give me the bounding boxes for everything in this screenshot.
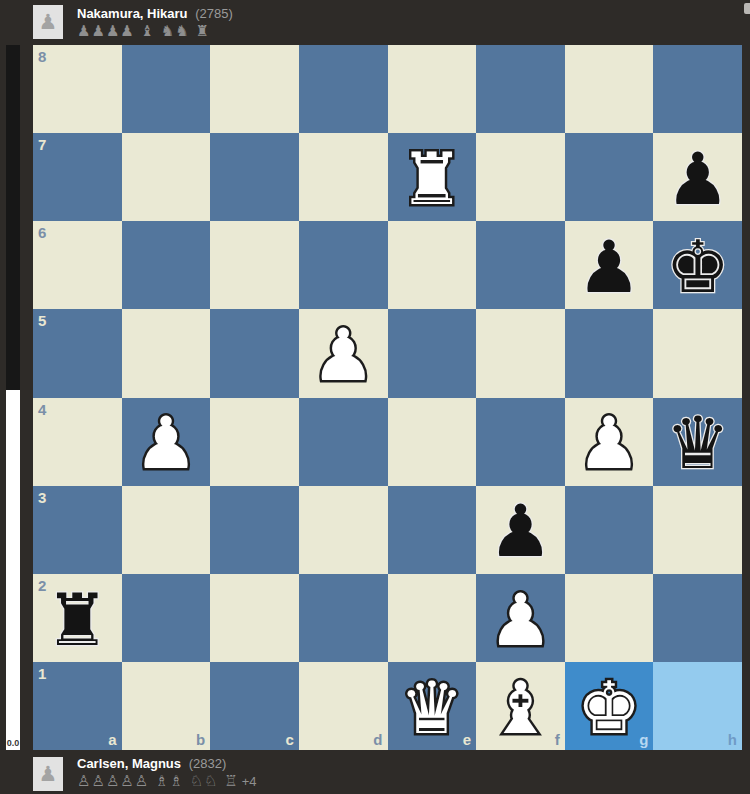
top-player-name-line[interactable]: Nakamura, Hikaru (2785) [77, 5, 233, 22]
square-d7[interactable] [299, 133, 388, 221]
piece-white-pawn[interactable]: ♟♟ [565, 398, 654, 486]
square-a5[interactable]: 5 [33, 309, 122, 397]
square-b4[interactable]: ♟♟ [122, 398, 211, 486]
chess-board: 87♜♜♟♟6♟♟♚♚5♟♟4♟♟♟♟♛♛3♟♟2♜♜♟♟1abcde♛♛f♝♝… [33, 45, 742, 750]
square-d2[interactable] [299, 574, 388, 662]
square-e2[interactable] [388, 574, 477, 662]
square-a3[interactable]: 3 [33, 486, 122, 574]
square-g8[interactable] [565, 45, 654, 133]
rank-label-1: 1 [38, 665, 46, 682]
chess-app: ♟ Nakamura, Hikaru (2785) ♟♟♟♟ ♝ ♞♞ ♜ 0.… [0, 0, 750, 794]
square-d6[interactable] [299, 221, 388, 309]
square-a2[interactable]: 2♜♜ [33, 574, 122, 662]
captured-pieces-icons: ♟♟♟♟ ♝ ♞♞ ♜ [77, 22, 210, 40]
white-pawn-glyph: ♟ [577, 407, 642, 479]
top-player-bar: ♟ Nakamura, Hikaru (2785) ♟♟♟♟ ♝ ♞♞ ♜ [0, 0, 750, 45]
square-d4[interactable] [299, 398, 388, 486]
piece-black-queen[interactable]: ♛♛ [653, 398, 742, 486]
square-c4[interactable] [210, 398, 299, 486]
piece-black-pawn[interactable]: ♟♟ [653, 133, 742, 221]
square-b1[interactable]: b [122, 662, 211, 750]
pawn-avatar-icon: ♟ [39, 10, 58, 34]
white-pawn-glyph: ♟ [311, 319, 376, 391]
square-e4[interactable] [388, 398, 477, 486]
square-d3[interactable] [299, 486, 388, 574]
square-c7[interactable] [210, 133, 299, 221]
square-e3[interactable] [388, 486, 477, 574]
rank-label-6: 6 [38, 224, 46, 241]
square-c8[interactable] [210, 45, 299, 133]
square-h5[interactable] [653, 309, 742, 397]
square-c5[interactable] [210, 309, 299, 397]
piece-black-rook[interactable]: ♜♜ [33, 574, 122, 662]
piece-white-queen[interactable]: ♛♛ [388, 662, 477, 750]
square-a4[interactable]: 4 [33, 398, 122, 486]
square-e8[interactable] [388, 45, 477, 133]
square-c6[interactable] [210, 221, 299, 309]
file-label-d: d [373, 731, 382, 748]
square-h8[interactable] [653, 45, 742, 133]
square-f1[interactable]: f♝♝ [476, 662, 565, 750]
square-g1[interactable]: g♚♚ [565, 662, 654, 750]
square-b2[interactable] [122, 574, 211, 662]
black-queen-glyph: ♛ [665, 407, 730, 479]
square-a7[interactable]: 7 [33, 133, 122, 221]
top-captured-pieces: ♟♟♟♟ ♝ ♞♞ ♜ [77, 22, 233, 41]
square-e7[interactable]: ♜♜ [388, 133, 477, 221]
square-e1[interactable]: e♛♛ [388, 662, 477, 750]
eval-bar-white-half: 0.0 [6, 390, 20, 750]
square-h2[interactable] [653, 574, 742, 662]
square-d1[interactable]: d [299, 662, 388, 750]
square-h6[interactable]: ♚♚ [653, 221, 742, 309]
top-player-name[interactable]: Nakamura, Hikaru [77, 6, 188, 21]
eval-score: 0.0 [6, 738, 20, 748]
white-king-glyph: ♚ [577, 672, 642, 744]
rank-label-4: 4 [38, 401, 46, 418]
pawn-avatar-icon: ♟ [39, 762, 58, 786]
captured-pieces-icons: ♙♙♙♙♙ ♗♗ ♘♘ ♖ [77, 772, 239, 790]
white-queen-glyph: ♛ [400, 672, 465, 744]
white-pawn-glyph: ♟ [488, 584, 553, 656]
bottom-player-name-line[interactable]: Carlsen, Magnus (2832) [77, 755, 257, 772]
piece-white-bishop[interactable]: ♝♝ [476, 662, 565, 750]
square-c2[interactable] [210, 574, 299, 662]
black-pawn-glyph: ♟ [665, 143, 730, 215]
piece-white-pawn[interactable]: ♟♟ [122, 398, 211, 486]
square-b6[interactable] [122, 221, 211, 309]
square-c1[interactable]: c [210, 662, 299, 750]
piece-black-pawn[interactable]: ♟♟ [476, 486, 565, 574]
white-pawn-glyph: ♟ [134, 407, 199, 479]
square-f2[interactable]: ♟♟ [476, 574, 565, 662]
square-f6[interactable] [476, 221, 565, 309]
white-rook-glyph: ♜ [400, 143, 465, 215]
file-label-h: h [728, 731, 737, 748]
eval-bar-black-half [6, 45, 20, 390]
square-h4[interactable]: ♛♛ [653, 398, 742, 486]
square-b8[interactable] [122, 45, 211, 133]
piece-black-pawn[interactable]: ♟♟ [565, 221, 654, 309]
rank-label-5: 5 [38, 312, 46, 329]
bottom-player-rating: (2832) [189, 756, 227, 771]
bottom-player-bar: ♟ Carlsen, Magnus (2832) ♙♙♙♙♙ ♗♗ ♘♘ ♖+4 [0, 750, 750, 794]
file-label-a: a [108, 731, 116, 748]
square-g2[interactable] [565, 574, 654, 662]
file-label-c: c [286, 731, 294, 748]
rank-label-7: 7 [38, 136, 46, 153]
black-pawn-glyph: ♟ [488, 495, 553, 567]
square-c3[interactable] [210, 486, 299, 574]
square-f5[interactable] [476, 309, 565, 397]
square-a6[interactable]: 6 [33, 221, 122, 309]
square-g4[interactable]: ♟♟ [565, 398, 654, 486]
square-b5[interactable] [122, 309, 211, 397]
cropped-ui-mark [744, 3, 750, 14]
square-b3[interactable] [122, 486, 211, 574]
top-player-avatar[interactable]: ♟ [33, 5, 63, 39]
piece-white-pawn[interactable]: ♟♟ [476, 574, 565, 662]
white-bishop-glyph: ♝ [488, 672, 553, 744]
square-h1[interactable]: h [653, 662, 742, 750]
top-player-rating: (2785) [195, 6, 233, 21]
square-a8[interactable]: 8 [33, 45, 122, 133]
piece-white-king[interactable]: ♚♚ [565, 662, 654, 750]
piece-white-rook[interactable]: ♜♜ [388, 133, 477, 221]
bottom-player-name[interactable]: Carlsen, Magnus [77, 756, 181, 771]
piece-black-king[interactable]: ♚♚ [653, 221, 742, 309]
file-label-b: b [196, 731, 205, 748]
rank-label-8: 8 [38, 48, 46, 65]
piece-white-pawn[interactable]: ♟♟ [299, 309, 388, 397]
black-pawn-glyph: ♟ [577, 231, 642, 303]
square-f4[interactable] [476, 398, 565, 486]
bottom-captured-pieces: ♙♙♙♙♙ ♗♗ ♘♘ ♖+4 [77, 772, 257, 791]
square-g7[interactable] [565, 133, 654, 221]
square-h3[interactable] [653, 486, 742, 574]
bottom-player-avatar[interactable]: ♟ [33, 757, 63, 791]
evaluation-bar: 0.0 [6, 45, 20, 750]
square-f7[interactable] [476, 133, 565, 221]
square-e6[interactable] [388, 221, 477, 309]
bottom-material-advantage: +4 [242, 774, 257, 789]
square-g5[interactable] [565, 309, 654, 397]
black-rook-glyph: ♜ [45, 584, 110, 656]
square-d8[interactable] [299, 45, 388, 133]
square-b7[interactable] [122, 133, 211, 221]
square-h7[interactable]: ♟♟ [653, 133, 742, 221]
square-e5[interactable] [388, 309, 477, 397]
square-g3[interactable] [565, 486, 654, 574]
square-d5[interactable]: ♟♟ [299, 309, 388, 397]
square-a1[interactable]: 1a [33, 662, 122, 750]
square-g6[interactable]: ♟♟ [565, 221, 654, 309]
square-f3[interactable]: ♟♟ [476, 486, 565, 574]
rank-label-3: 3 [38, 489, 46, 506]
square-f8[interactable] [476, 45, 565, 133]
black-king-glyph: ♚ [665, 231, 730, 303]
